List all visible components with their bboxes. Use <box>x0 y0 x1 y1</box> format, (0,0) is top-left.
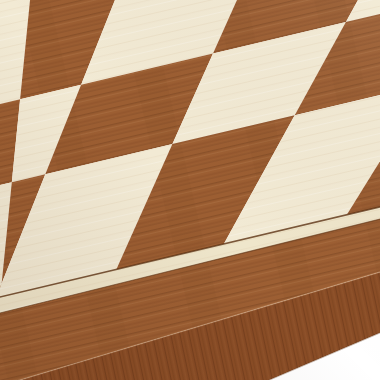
chessboard <box>0 0 380 380</box>
chessboard-photo <box>0 0 380 380</box>
photo-lighting-overlay <box>0 0 380 380</box>
